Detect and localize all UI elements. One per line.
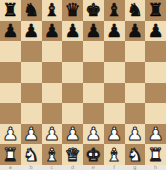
square-h1[interactable]: ♜ [145, 144, 166, 165]
square-d3[interactable] [62, 103, 83, 124]
piece-white-rook[interactable]: ♜ [2, 145, 18, 163]
piece-white-pawn[interactable]: ♟ [127, 125, 143, 143]
square-b5[interactable] [21, 62, 42, 83]
piece-black-pawn[interactable]: ♟ [148, 21, 164, 39]
square-c6[interactable] [42, 41, 63, 62]
square-a2[interactable]: ♟ [0, 124, 21, 145]
square-f6[interactable] [104, 41, 125, 62]
square-d6[interactable] [62, 41, 83, 62]
piece-white-rook[interactable]: ♜ [148, 145, 164, 163]
square-d2[interactable]: ♟ [62, 124, 83, 145]
square-e5[interactable] [83, 62, 104, 83]
square-a3[interactable] [0, 103, 21, 124]
piece-white-pawn[interactable]: ♟ [106, 125, 122, 143]
piece-white-pawn[interactable]: ♟ [23, 125, 39, 143]
square-g3[interactable] [125, 103, 146, 124]
square-f7[interactable]: ♟ [104, 21, 125, 42]
square-b7[interactable]: ♟ [21, 21, 42, 42]
file-label-g: g [125, 165, 146, 170]
square-b2[interactable]: ♟ [21, 124, 42, 145]
piece-black-bishop[interactable]: ♝ [106, 1, 122, 19]
piece-white-pawn[interactable]: ♟ [44, 125, 60, 143]
square-h7[interactable]: ♟ [145, 21, 166, 42]
square-g6[interactable] [125, 41, 146, 62]
piece-white-pawn[interactable]: ♟ [148, 125, 164, 143]
square-f2[interactable]: ♟ [104, 124, 125, 145]
square-c8[interactable]: ♝ [42, 0, 63, 21]
square-c7[interactable]: ♟ [42, 21, 63, 42]
square-g8[interactable]: ♞ [125, 0, 146, 21]
square-a6[interactable] [0, 41, 21, 62]
piece-white-bishop[interactable]: ♝ [106, 145, 122, 163]
piece-black-king[interactable]: ♚ [85, 1, 101, 19]
square-g2[interactable]: ♟ [125, 124, 146, 145]
square-d4[interactable] [62, 83, 83, 104]
square-e2[interactable]: ♟ [83, 124, 104, 145]
square-d5[interactable] [62, 62, 83, 83]
square-g5[interactable] [125, 62, 146, 83]
piece-black-pawn[interactable]: ♟ [23, 21, 39, 39]
piece-white-pawn[interactable]: ♟ [2, 125, 18, 143]
square-c1[interactable]: ♝ [42, 144, 63, 165]
square-g1[interactable]: ♞ [125, 144, 146, 165]
file-label-h: h [145, 165, 166, 170]
square-h2[interactable]: ♟ [145, 124, 166, 145]
square-a8[interactable]: ♜ [0, 0, 21, 21]
square-e8[interactable]: ♚ [83, 0, 104, 21]
square-f4[interactable] [104, 83, 125, 104]
square-f1[interactable]: ♝ [104, 144, 125, 165]
square-h4[interactable] [145, 83, 166, 104]
square-f3[interactable] [104, 103, 125, 124]
square-e1[interactable]: ♚ [83, 144, 104, 165]
piece-white-bishop[interactable]: ♝ [44, 145, 60, 163]
square-a7[interactable]: ♟ [0, 21, 21, 42]
square-c5[interactable] [42, 62, 63, 83]
piece-black-pawn[interactable]: ♟ [44, 21, 60, 39]
piece-black-pawn[interactable]: ♟ [2, 21, 18, 39]
file-label-b: b [21, 165, 42, 170]
square-b3[interactable] [21, 103, 42, 124]
piece-white-queen[interactable]: ♛ [65, 145, 81, 163]
square-g4[interactable] [125, 83, 146, 104]
piece-white-pawn[interactable]: ♟ [65, 125, 81, 143]
piece-white-king[interactable]: ♚ [85, 145, 101, 163]
file-label-e: e [83, 165, 104, 170]
piece-black-rook[interactable]: ♜ [148, 1, 164, 19]
piece-black-rook[interactable]: ♜ [2, 1, 18, 19]
square-b6[interactable] [21, 41, 42, 62]
file-label-a: a [0, 165, 21, 170]
square-a1[interactable]: ♜ [0, 144, 21, 165]
square-b4[interactable] [21, 83, 42, 104]
square-b1[interactable]: ♞ [21, 144, 42, 165]
square-g7[interactable]: ♟ [125, 21, 146, 42]
chess-board: ♜♞♝♛♚♝♞♜♟♟♟♟♟♟♟♟♟♟♟♟♟♟♟♟♜♞♝♛♚♝♞♜ [0, 0, 166, 165]
square-h8[interactable]: ♜ [145, 0, 166, 21]
square-e4[interactable] [83, 83, 104, 104]
piece-white-knight[interactable]: ♞ [127, 145, 143, 163]
piece-black-pawn[interactable]: ♟ [65, 21, 81, 39]
square-c4[interactable] [42, 83, 63, 104]
piece-black-pawn[interactable]: ♟ [85, 21, 101, 39]
square-f5[interactable] [104, 62, 125, 83]
piece-black-queen[interactable]: ♛ [65, 1, 81, 19]
square-h6[interactable] [145, 41, 166, 62]
piece-black-pawn[interactable]: ♟ [106, 21, 122, 39]
piece-black-pawn[interactable]: ♟ [127, 21, 143, 39]
piece-black-bishop[interactable]: ♝ [44, 1, 60, 19]
square-d7[interactable]: ♟ [62, 21, 83, 42]
file-label-f: f [104, 165, 125, 170]
piece-white-pawn[interactable]: ♟ [85, 125, 101, 143]
square-e3[interactable] [83, 103, 104, 124]
square-e6[interactable] [83, 41, 104, 62]
piece-black-knight[interactable]: ♞ [127, 1, 143, 19]
piece-black-knight[interactable]: ♞ [23, 1, 39, 19]
square-b8[interactable]: ♞ [21, 0, 42, 21]
square-e7[interactable]: ♟ [83, 21, 104, 42]
square-f8[interactable]: ♝ [104, 0, 125, 21]
piece-white-knight[interactable]: ♞ [23, 145, 39, 163]
square-d1[interactable]: ♛ [62, 144, 83, 165]
square-a4[interactable] [0, 83, 21, 104]
square-a5[interactable] [0, 62, 21, 83]
file-label-c: c [42, 165, 63, 170]
file-label-strip: abcdefgh [0, 165, 166, 170]
file-label-d: d [62, 165, 83, 170]
square-h3[interactable] [145, 103, 166, 124]
square-c2[interactable]: ♟ [42, 124, 63, 145]
square-h5[interactable] [145, 62, 166, 83]
square-c3[interactable] [42, 103, 63, 124]
chess-app: ♜♞♝♛♚♝♞♜♟♟♟♟♟♟♟♟♟♟♟♟♟♟♟♟♜♞♝♛♚♝♞♜ abcdefg… [0, 0, 166, 170]
square-d8[interactable]: ♛ [62, 0, 83, 21]
